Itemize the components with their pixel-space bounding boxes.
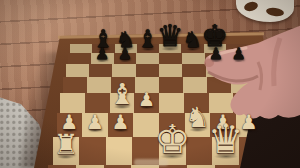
square-c3 [108,113,134,137]
square-b6 [89,64,112,77]
square-b5 [87,77,111,93]
square-b1 [76,165,104,168]
photo-scene: ♝♞♝♛♞♚♟♟♟♟♝♟♟♟♟♞♟♟♜♚♛ [0,0,300,168]
square-e8 [159,44,181,53]
object-patch [266,7,285,17]
square-a8 [70,44,92,53]
square-g1 [215,165,243,168]
square-b2 [79,137,106,165]
square-d4 [134,93,159,113]
square-c1 [104,165,132,168]
object-patch [243,0,259,12]
square-d3 [133,113,159,137]
square-d7 [136,53,159,64]
square-c4 [110,93,135,113]
square-a3 [57,113,83,137]
square-b4 [85,93,110,113]
square-c6 [112,64,135,77]
square-b3 [82,113,108,137]
square-e4 [159,93,184,113]
square-a5 [63,77,87,93]
square-b8 [92,44,114,53]
square-d8 [137,44,159,53]
square-d6 [136,64,159,77]
square-c2 [106,137,133,165]
square-a7 [68,53,91,64]
square-c8 [115,44,137,53]
square-f2 [186,137,213,165]
square-g2 [212,137,239,165]
square-e3 [159,113,185,137]
square-d5 [135,77,159,93]
square-f1 [187,165,215,168]
square-e6 [159,64,182,77]
pointing-hand-icon [200,20,300,130]
square-a4 [60,93,85,113]
square-a2 [53,137,80,165]
square-a1 [48,165,76,168]
square-e5 [159,77,183,93]
square-c5 [111,77,135,93]
board-stamp [134,159,168,166]
square-c7 [114,53,137,64]
square-a6 [66,64,89,77]
square-b7 [91,53,114,64]
square-e7 [159,53,182,64]
